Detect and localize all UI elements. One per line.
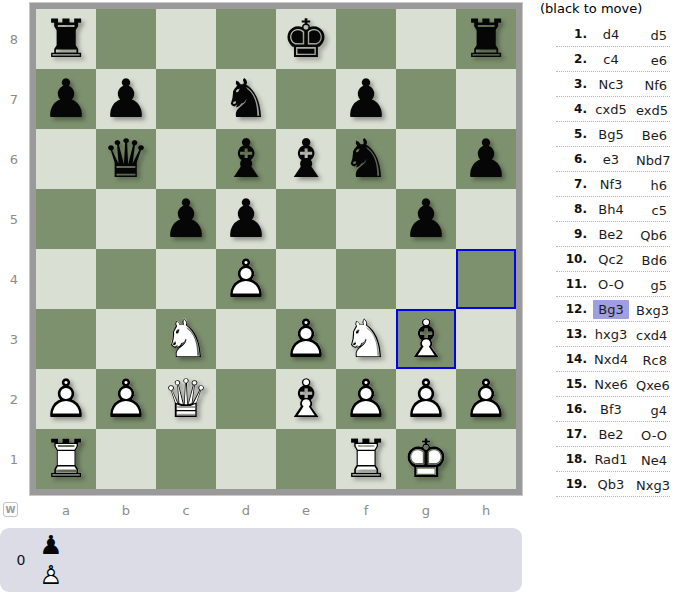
square-a8[interactable]: ♜ bbox=[36, 9, 96, 69]
move-number-15: 15. bbox=[556, 377, 587, 391]
move-white-6[interactable]: e3 bbox=[598, 150, 624, 169]
piece-black-knight[interactable]: ♞ bbox=[216, 69, 276, 129]
square-b5[interactable] bbox=[96, 189, 156, 249]
square-h8[interactable]: ♜ bbox=[456, 9, 516, 69]
move-black-5[interactable]: Be6 bbox=[637, 126, 667, 145]
square-c5[interactable]: ♟ bbox=[156, 189, 216, 249]
move-number-7: 7. bbox=[556, 177, 587, 191]
piece-black-pawn[interactable]: ♟ bbox=[336, 69, 396, 129]
move-row-10: 10.Qc2Bd6 bbox=[556, 247, 670, 272]
square-d5[interactable]: ♟ bbox=[216, 189, 276, 249]
rank-labels: 87654321 bbox=[0, 9, 28, 489]
rank-label-1: 1 bbox=[0, 429, 28, 489]
piece-white-rook[interactable]: ♜♖ bbox=[36, 429, 96, 489]
move-black-3[interactable]: Nf6 bbox=[639, 76, 667, 95]
square-f8[interactable] bbox=[336, 9, 396, 69]
file-label-a: a bbox=[36, 501, 96, 519]
piece-glyph-outline: ♗ bbox=[396, 309, 456, 369]
square-f3[interactable]: ♞♘ bbox=[336, 309, 396, 369]
piece-black-rook[interactable]: ♜ bbox=[36, 9, 96, 69]
piece-white-bishop[interactable]: ♝♗ bbox=[276, 369, 336, 429]
square-a7[interactable]: ♟ bbox=[36, 69, 96, 129]
rank-label-2: 2 bbox=[0, 369, 28, 429]
move-row-9: 9.Be2Qb6 bbox=[556, 222, 670, 247]
file-label-c: c bbox=[156, 501, 216, 519]
square-a4[interactable] bbox=[36, 249, 96, 309]
move-black-10[interactable]: Bd6 bbox=[637, 251, 667, 270]
piece-glyph-outline: ♘ bbox=[156, 309, 216, 369]
piece-white-pawn[interactable]: ♟♙ bbox=[96, 369, 156, 429]
square-e4[interactable] bbox=[276, 249, 336, 309]
move-black-1[interactable]: d5 bbox=[645, 26, 667, 45]
move-number-5: 5. bbox=[556, 127, 587, 141]
move-number-4: 4. bbox=[556, 102, 587, 116]
move-row-14: 14.Nxd4Rc8 bbox=[556, 347, 670, 372]
square-a2[interactable]: ♟♙ bbox=[36, 369, 96, 429]
square-d4[interactable]: ♟♙ bbox=[216, 249, 276, 309]
square-b8[interactable] bbox=[96, 9, 156, 69]
square-f7[interactable]: ♟ bbox=[336, 69, 396, 129]
move-row-7: 7.Nf3h6 bbox=[556, 172, 670, 197]
square-c8[interactable] bbox=[156, 9, 216, 69]
rank-label-8: 8 bbox=[0, 9, 28, 69]
square-e5[interactable] bbox=[276, 189, 336, 249]
move-row-18: 18.Rad1Ne4 bbox=[556, 447, 670, 472]
move-number-19: 19. bbox=[556, 477, 587, 491]
move-row-8: 8.Bh4c5 bbox=[556, 197, 670, 222]
piece-white-pawn[interactable]: ♟♙ bbox=[456, 369, 516, 429]
square-e8[interactable]: ♚ bbox=[276, 9, 336, 69]
move-black-19[interactable]: Nxg3 bbox=[631, 476, 670, 495]
move-black-13[interactable]: cxd4 bbox=[631, 326, 667, 345]
square-h1[interactable] bbox=[456, 429, 516, 489]
captured-pieces-column: ♟♟♙ bbox=[36, 530, 66, 590]
square-e2[interactable]: ♝♗ bbox=[276, 369, 336, 429]
move-black-14[interactable]: Rc8 bbox=[638, 351, 667, 370]
square-g7[interactable] bbox=[396, 69, 456, 129]
square-e7[interactable] bbox=[276, 69, 336, 129]
move-white-11[interactable]: O-O bbox=[593, 275, 629, 294]
move-white-18[interactable]: Rad1 bbox=[589, 450, 632, 469]
piece-white-pawn[interactable]: ♟♙ bbox=[36, 369, 96, 429]
square-c1[interactable] bbox=[156, 429, 216, 489]
piece-white-pawn[interactable]: ♟♙ bbox=[396, 369, 456, 429]
chess-game-viewer: 87654321 ♜♚♜♟♟♞♟♛♝♝♞♟♟♟♟♟♙♞♘♟♙♞♘♝♗♟♙♟♙♛♕… bbox=[0, 0, 674, 599]
move-number-2: 2. bbox=[556, 52, 587, 66]
square-b7[interactable]: ♟ bbox=[96, 69, 156, 129]
chess-board[interactable]: ♜♚♜♟♟♞♟♛♝♝♞♟♟♟♟♟♙♞♘♟♙♞♘♝♗♟♙♟♙♛♕♝♗♟♙♟♙♟♙♜… bbox=[36, 9, 516, 489]
move-number-10: 10. bbox=[556, 252, 587, 266]
white-orientation-badge: W bbox=[3, 502, 18, 517]
square-f4[interactable] bbox=[336, 249, 396, 309]
piece-white-bishop[interactable]: ♝♗ bbox=[396, 309, 456, 369]
piece-black-bishop[interactable]: ♝ bbox=[276, 129, 336, 189]
square-h4[interactable] bbox=[456, 249, 516, 309]
piece-glyph-outline: ♗ bbox=[276, 369, 336, 429]
square-h3[interactable] bbox=[456, 309, 516, 369]
move-row-1: 1.d4d5 bbox=[556, 22, 670, 47]
square-d1[interactable] bbox=[216, 429, 276, 489]
move-white-2[interactable]: c4 bbox=[598, 50, 623, 69]
file-label-f: f bbox=[336, 501, 396, 519]
move-white-12[interactable]: Bg3 bbox=[593, 300, 628, 319]
piece-glyph-outline: ♙ bbox=[456, 369, 516, 429]
move-row-13: 13.hxg3cxd4 bbox=[556, 322, 670, 347]
piece-white-rook[interactable]: ♜♖ bbox=[336, 429, 396, 489]
square-f5[interactable] bbox=[336, 189, 396, 249]
piece-glyph-outline: ♙ bbox=[96, 369, 156, 429]
piece-glyph-outline: ♙ bbox=[336, 369, 396, 429]
move-row-12: 12.Bg3Bxg3 bbox=[556, 297, 670, 322]
file-label-g: g bbox=[396, 501, 456, 519]
move-white-4[interactable]: cxd5 bbox=[590, 100, 631, 119]
move-white-14[interactable]: Nxd4 bbox=[589, 350, 633, 369]
move-number-12: 12. bbox=[556, 302, 587, 316]
captured-black-pawn-icon: ♟ bbox=[36, 530, 66, 560]
move-white-16[interactable]: Bf3 bbox=[595, 400, 627, 419]
piece-white-pawn[interactable]: ♟♙ bbox=[216, 249, 276, 309]
piece-black-pawn[interactable]: ♟ bbox=[96, 69, 156, 129]
piece-black-queen[interactable]: ♛ bbox=[96, 129, 156, 189]
move-row-6: 6.e3Nbd7 bbox=[556, 147, 670, 172]
file-label-b: b bbox=[96, 501, 156, 519]
move-white-19[interactable]: Qb3 bbox=[593, 475, 630, 494]
rank-label-4: 4 bbox=[0, 249, 28, 309]
square-a1[interactable]: ♜♖ bbox=[36, 429, 96, 489]
move-row-17: 17.Be2O-O bbox=[556, 422, 670, 447]
square-a6[interactable] bbox=[36, 129, 96, 189]
square-d8[interactable] bbox=[216, 9, 276, 69]
move-white-8[interactable]: Bh4 bbox=[593, 200, 628, 219]
move-white-7[interactable]: Nf3 bbox=[595, 175, 628, 194]
square-c6[interactable] bbox=[156, 129, 216, 189]
square-e3[interactable]: ♟♙ bbox=[276, 309, 336, 369]
square-a5[interactable] bbox=[36, 189, 96, 249]
move-row-2: 2.c4e6 bbox=[556, 47, 670, 72]
piece-black-pawn[interactable]: ♟ bbox=[456, 129, 516, 189]
move-row-3: 3.Nc3Nf6 bbox=[556, 72, 670, 97]
square-g3[interactable]: ♝♗ bbox=[396, 309, 456, 369]
piece-glyph-outline: ♙ bbox=[216, 249, 276, 309]
move-black-4[interactable]: exd5 bbox=[631, 101, 668, 120]
square-g8[interactable] bbox=[396, 9, 456, 69]
square-d2[interactable] bbox=[216, 369, 276, 429]
piece-glyph-outline: ♙ bbox=[36, 560, 66, 590]
square-a3[interactable] bbox=[36, 309, 96, 369]
move-black-2[interactable]: e6 bbox=[646, 51, 667, 70]
move-number-9: 9. bbox=[556, 227, 587, 241]
move-black-18[interactable]: Ne4 bbox=[636, 451, 667, 470]
move-black-11[interactable]: g5 bbox=[645, 276, 667, 295]
piece-black-knight[interactable]: ♞ bbox=[336, 129, 396, 189]
piece-glyph-outline: ♙ bbox=[276, 309, 336, 369]
move-row-11: 11.O-Og5 bbox=[556, 272, 670, 297]
move-number-14: 14. bbox=[556, 352, 587, 366]
move-number-1: 1. bbox=[556, 27, 587, 41]
move-number-18: 18. bbox=[556, 452, 587, 466]
piece-glyph-outline: ♙ bbox=[36, 369, 96, 429]
piece-white-pawn[interactable]: ♟♙ bbox=[276, 309, 336, 369]
side-to-move-caption: (black to move) bbox=[540, 1, 642, 16]
square-d6[interactable]: ♝ bbox=[216, 129, 276, 189]
file-labels: abcdefgh bbox=[36, 501, 516, 519]
piece-glyph-outline: ♖ bbox=[336, 429, 396, 489]
piece-glyph-outline: ♖ bbox=[36, 429, 96, 489]
move-list: 1.d4d52.c4e63.Nc3Nf64.cxd5exd55.Bg5Be66.… bbox=[556, 22, 670, 497]
square-e6[interactable]: ♝ bbox=[276, 129, 336, 189]
square-e1[interactable] bbox=[276, 429, 336, 489]
piece-black-pawn[interactable]: ♟ bbox=[36, 69, 96, 129]
move-number-17: 17. bbox=[556, 427, 587, 441]
square-d7[interactable]: ♞ bbox=[216, 69, 276, 129]
move-row-16: 16.Bf3g4 bbox=[556, 397, 670, 422]
piece-glyph-outline: ♔ bbox=[396, 429, 456, 489]
material-balance: 0 bbox=[12, 528, 30, 592]
piece-white-knight[interactable]: ♞♘ bbox=[336, 309, 396, 369]
move-black-15[interactable]: Qxe6 bbox=[631, 376, 670, 395]
piece-glyph-outline: ♘ bbox=[336, 309, 396, 369]
rank-label-7: 7 bbox=[0, 69, 28, 129]
move-white-17[interactable]: Be2 bbox=[593, 425, 628, 444]
square-b2[interactable]: ♟♙ bbox=[96, 369, 156, 429]
piece-white-queen[interactable]: ♛♕ bbox=[156, 369, 216, 429]
square-c4[interactable] bbox=[156, 249, 216, 309]
square-c3[interactable]: ♞♘ bbox=[156, 309, 216, 369]
move-white-15[interactable]: Nxe6 bbox=[589, 375, 632, 394]
square-h7[interactable] bbox=[456, 69, 516, 129]
move-number-16: 16. bbox=[556, 402, 587, 416]
square-c2[interactable]: ♛♕ bbox=[156, 369, 216, 429]
move-number-6: 6. bbox=[556, 152, 587, 166]
captured-white-pawn-icon: ♟♙ bbox=[36, 560, 66, 590]
move-black-6[interactable]: Nbd7 bbox=[631, 151, 671, 170]
square-b4[interactable] bbox=[96, 249, 156, 309]
square-g6[interactable] bbox=[396, 129, 456, 189]
move-black-9[interactable]: Qb6 bbox=[635, 226, 667, 245]
square-c7[interactable] bbox=[156, 69, 216, 129]
move-white-9[interactable]: Be2 bbox=[593, 225, 628, 244]
chess-board-frame: ♜♚♜♟♟♞♟♛♝♝♞♟♟♟♟♟♙♞♘♟♙♞♘♝♗♟♙♟♙♛♕♝♗♟♙♟♙♟♙♜… bbox=[30, 3, 522, 495]
file-label-h: h bbox=[456, 501, 516, 519]
move-black-16[interactable]: g4 bbox=[645, 401, 667, 420]
move-white-1[interactable]: d4 bbox=[598, 25, 625, 44]
file-label-d: d bbox=[216, 501, 276, 519]
piece-black-rook[interactable]: ♜ bbox=[456, 9, 516, 69]
piece-black-pawn[interactable]: ♟ bbox=[156, 189, 216, 249]
captured-pieces-tray: 0 ♟♟♙ bbox=[0, 528, 522, 592]
move-row-15: 15.Nxe6Qxe6 bbox=[556, 372, 670, 397]
square-b1[interactable] bbox=[96, 429, 156, 489]
square-g5[interactable]: ♟ bbox=[396, 189, 456, 249]
piece-glyph-outline: ♙ bbox=[396, 369, 456, 429]
move-row-4: 4.cxd5exd5 bbox=[556, 97, 670, 122]
square-g4[interactable] bbox=[396, 249, 456, 309]
square-b3[interactable] bbox=[96, 309, 156, 369]
square-h2[interactable]: ♟♙ bbox=[456, 369, 516, 429]
move-number-8: 8. bbox=[556, 202, 587, 216]
square-b6[interactable]: ♛ bbox=[96, 129, 156, 189]
move-number-11: 11. bbox=[556, 277, 587, 291]
piece-white-knight[interactable]: ♞♘ bbox=[156, 309, 216, 369]
move-row-19: 19.Qb3Nxg3 bbox=[556, 472, 670, 497]
piece-white-king[interactable]: ♚♔ bbox=[396, 429, 456, 489]
square-g2[interactable]: ♟♙ bbox=[396, 369, 456, 429]
rank-label-6: 6 bbox=[0, 129, 28, 189]
square-h5[interactable] bbox=[456, 189, 516, 249]
move-black-12[interactable]: Bxg3 bbox=[631, 301, 669, 320]
piece-black-bishop[interactable]: ♝ bbox=[216, 129, 276, 189]
piece-black-king[interactable]: ♚ bbox=[276, 9, 336, 69]
square-f6[interactable]: ♞ bbox=[336, 129, 396, 189]
square-f1[interactable]: ♜♖ bbox=[336, 429, 396, 489]
square-f2[interactable]: ♟♙ bbox=[336, 369, 396, 429]
rank-label-3: 3 bbox=[0, 309, 28, 369]
piece-black-pawn[interactable]: ♟ bbox=[216, 189, 276, 249]
piece-white-pawn[interactable]: ♟♙ bbox=[336, 369, 396, 429]
move-white-13[interactable]: hxg3 bbox=[590, 325, 632, 344]
square-g1[interactable]: ♚♔ bbox=[396, 429, 456, 489]
move-row-5: 5.Bg5Be6 bbox=[556, 122, 670, 147]
move-number-3: 3. bbox=[556, 77, 587, 91]
file-label-e: e bbox=[276, 501, 336, 519]
move-black-17[interactable]: O-O bbox=[636, 426, 667, 445]
move-white-3[interactable]: Nc3 bbox=[593, 75, 628, 94]
piece-black-pawn[interactable]: ♟ bbox=[396, 189, 456, 249]
move-black-7[interactable]: h6 bbox=[645, 176, 667, 195]
move-number-13: 13. bbox=[556, 327, 587, 341]
piece-glyph-outline: ♕ bbox=[156, 369, 216, 429]
square-h6[interactable]: ♟ bbox=[456, 129, 516, 189]
square-d3[interactable] bbox=[216, 309, 276, 369]
move-black-8[interactable]: c5 bbox=[647, 201, 667, 220]
move-white-10[interactable]: Qc2 bbox=[593, 250, 629, 269]
rank-label-5: 5 bbox=[0, 189, 28, 249]
move-white-5[interactable]: Bg5 bbox=[593, 125, 628, 144]
